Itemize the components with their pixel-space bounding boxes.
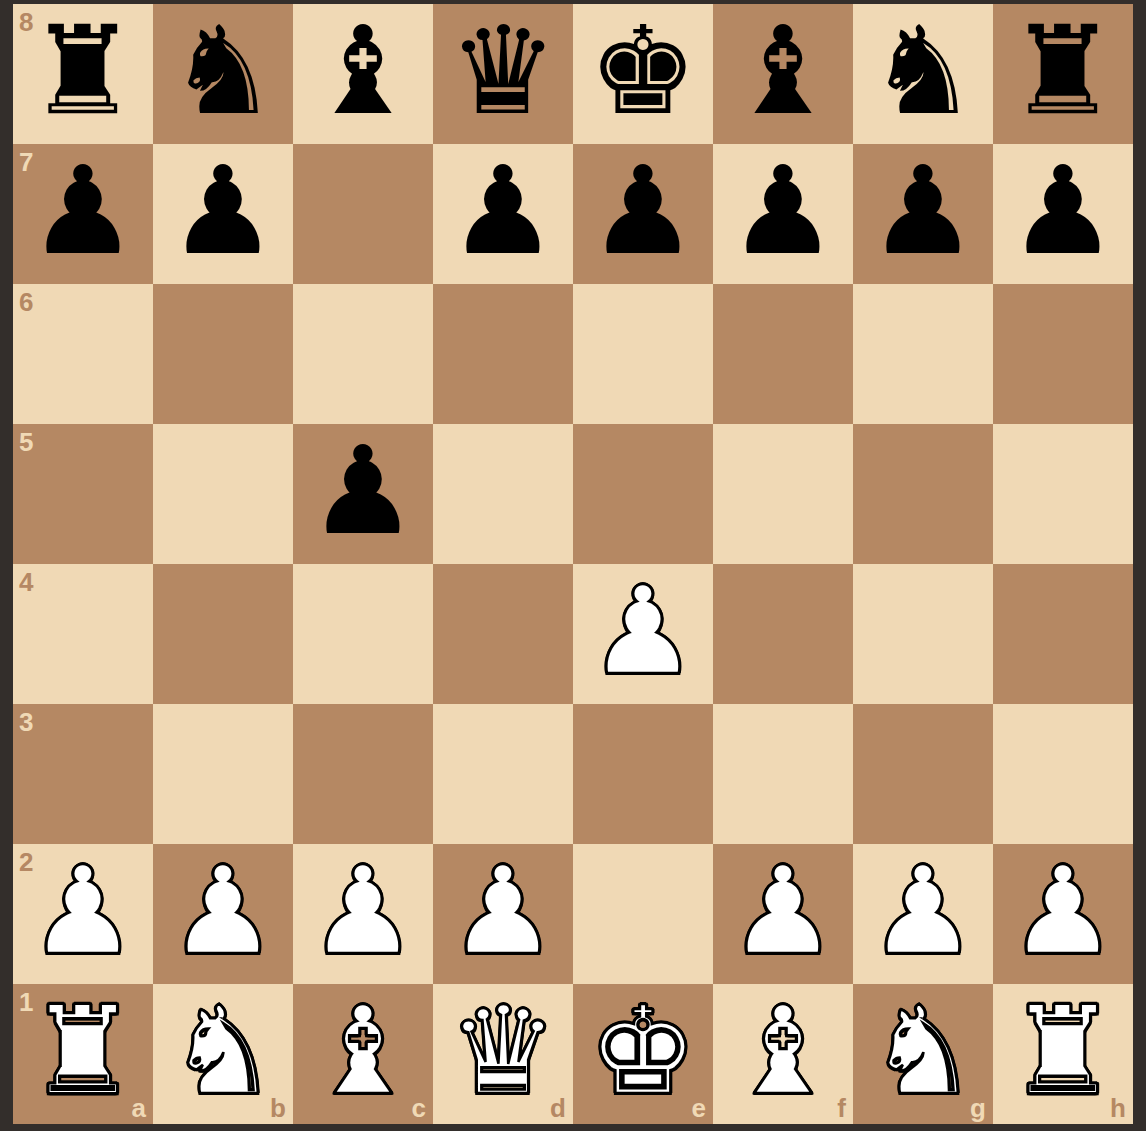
square-d6[interactable] (433, 284, 573, 424)
black-rook-icon[interactable]: ♜ (28, 10, 137, 132)
file-label-f: f (837, 1095, 846, 1121)
black-pawn-icon[interactable]: ♟ (728, 150, 837, 272)
square-c1[interactable]: c♝ (293, 984, 433, 1124)
square-a1[interactable]: 1a♜ (13, 984, 153, 1124)
square-h4[interactable] (993, 564, 1133, 704)
black-pawn-icon[interactable]: ♟ (868, 150, 977, 272)
square-e6[interactable] (573, 284, 713, 424)
square-f7[interactable]: ♟ (713, 144, 853, 284)
square-c6[interactable] (293, 284, 433, 424)
square-d8[interactable]: ♛ (433, 4, 573, 144)
white-pawn-icon[interactable]: ♟ (168, 850, 277, 972)
square-h8[interactable]: ♜ (993, 4, 1133, 144)
black-bishop-icon[interactable]: ♝ (728, 10, 837, 132)
square-b7[interactable]: ♟ (153, 144, 293, 284)
black-knight-icon[interactable]: ♞ (168, 10, 277, 132)
square-a8[interactable]: 8♜ (13, 4, 153, 144)
black-pawn-icon[interactable]: ♟ (308, 430, 417, 552)
square-g2[interactable]: ♟ (853, 844, 993, 984)
black-pawn-icon[interactable]: ♟ (1008, 150, 1117, 272)
square-g8[interactable]: ♞ (853, 4, 993, 144)
black-bishop-icon[interactable]: ♝ (308, 10, 417, 132)
black-king-icon[interactable]: ♚ (588, 10, 697, 132)
square-b1[interactable]: b♞ (153, 984, 293, 1124)
square-b2[interactable]: ♟ (153, 844, 293, 984)
black-knight-icon[interactable]: ♞ (868, 10, 977, 132)
white-pawn-icon[interactable]: ♟ (728, 850, 837, 972)
white-pawn-icon[interactable]: ♟ (868, 850, 977, 972)
white-rook-icon[interactable]: ♜ (1008, 990, 1117, 1112)
white-rook-icon[interactable]: ♜ (28, 990, 137, 1112)
square-c4[interactable] (293, 564, 433, 704)
square-d3[interactable] (433, 704, 573, 844)
white-pawn-icon[interactable]: ♟ (448, 850, 557, 972)
square-e8[interactable]: ♚ (573, 4, 713, 144)
square-g4[interactable] (853, 564, 993, 704)
square-g5[interactable] (853, 424, 993, 564)
rank-label-5: 5 (19, 429, 33, 455)
square-a6[interactable]: 6 (13, 284, 153, 424)
white-pawn-icon[interactable]: ♟ (588, 570, 697, 692)
square-c2[interactable]: ♟ (293, 844, 433, 984)
square-c3[interactable] (293, 704, 433, 844)
square-d1[interactable]: d♛ (433, 984, 573, 1124)
square-d7[interactable]: ♟ (433, 144, 573, 284)
square-g6[interactable] (853, 284, 993, 424)
white-bishop-icon[interactable]: ♝ (728, 990, 837, 1112)
square-h7[interactable]: ♟ (993, 144, 1133, 284)
square-e3[interactable] (573, 704, 713, 844)
white-pawn-icon[interactable]: ♟ (28, 850, 137, 972)
square-f6[interactable] (713, 284, 853, 424)
square-a3[interactable]: 3 (13, 704, 153, 844)
white-king-icon[interactable]: ♚ (588, 990, 697, 1112)
black-pawn-icon[interactable]: ♟ (448, 150, 557, 272)
square-a7[interactable]: 7♟ (13, 144, 153, 284)
white-pawn-icon[interactable]: ♟ (308, 850, 417, 972)
white-queen-icon[interactable]: ♛ (448, 990, 557, 1112)
square-g1[interactable]: g♞ (853, 984, 993, 1124)
square-c5[interactable]: ♟ (293, 424, 433, 564)
black-pawn-icon[interactable]: ♟ (588, 150, 697, 272)
square-c8[interactable]: ♝ (293, 4, 433, 144)
chess-board[interactable]: 8♜♞♝♛♚♝♞♜7♟♟♟♟♟♟♟65♟4♟32♟♟♟♟♟♟♟1a♜b♞c♝d♛… (13, 4, 1133, 1124)
square-f3[interactable] (713, 704, 853, 844)
square-f1[interactable]: f♝ (713, 984, 853, 1124)
black-pawn-icon[interactable]: ♟ (168, 150, 277, 272)
square-b8[interactable]: ♞ (153, 4, 293, 144)
rank-label-6: 6 (19, 289, 33, 315)
white-knight-icon[interactable]: ♞ (168, 990, 277, 1112)
square-f8[interactable]: ♝ (713, 4, 853, 144)
square-c7[interactable] (293, 144, 433, 284)
white-knight-icon[interactable]: ♞ (868, 990, 977, 1112)
square-a2[interactable]: 2♟ (13, 844, 153, 984)
rank-label-4: 4 (19, 569, 33, 595)
black-rook-icon[interactable]: ♜ (1008, 10, 1117, 132)
white-bishop-icon[interactable]: ♝ (308, 990, 417, 1112)
square-b6[interactable] (153, 284, 293, 424)
square-f2[interactable]: ♟ (713, 844, 853, 984)
square-d5[interactable] (433, 424, 573, 564)
square-f5[interactable] (713, 424, 853, 564)
board-frame: 8♜♞♝♛♚♝♞♜7♟♟♟♟♟♟♟65♟4♟32♟♟♟♟♟♟♟1a♜b♞c♝d♛… (0, 0, 1146, 1131)
square-d4[interactable] (433, 564, 573, 704)
white-pawn-icon[interactable]: ♟ (1008, 850, 1117, 972)
square-h2[interactable]: ♟ (993, 844, 1133, 984)
square-h5[interactable] (993, 424, 1133, 564)
square-b4[interactable] (153, 564, 293, 704)
black-pawn-icon[interactable]: ♟ (28, 150, 137, 272)
square-f4[interactable] (713, 564, 853, 704)
square-b3[interactable] (153, 704, 293, 844)
square-a5[interactable]: 5 (13, 424, 153, 564)
square-d2[interactable]: ♟ (433, 844, 573, 984)
square-h1[interactable]: h♜ (993, 984, 1133, 1124)
square-e4[interactable]: ♟ (573, 564, 713, 704)
square-g3[interactable] (853, 704, 993, 844)
square-e2[interactable] (573, 844, 713, 984)
square-e7[interactable]: ♟ (573, 144, 713, 284)
square-e1[interactable]: e♚ (573, 984, 713, 1124)
black-queen-icon[interactable]: ♛ (448, 10, 557, 132)
square-e5[interactable] (573, 424, 713, 564)
square-g7[interactable]: ♟ (853, 144, 993, 284)
rank-label-3: 3 (19, 709, 33, 735)
square-b5[interactable] (153, 424, 293, 564)
square-h6[interactable] (993, 284, 1133, 424)
square-h3[interactable] (993, 704, 1133, 844)
square-a4[interactable]: 4 (13, 564, 153, 704)
